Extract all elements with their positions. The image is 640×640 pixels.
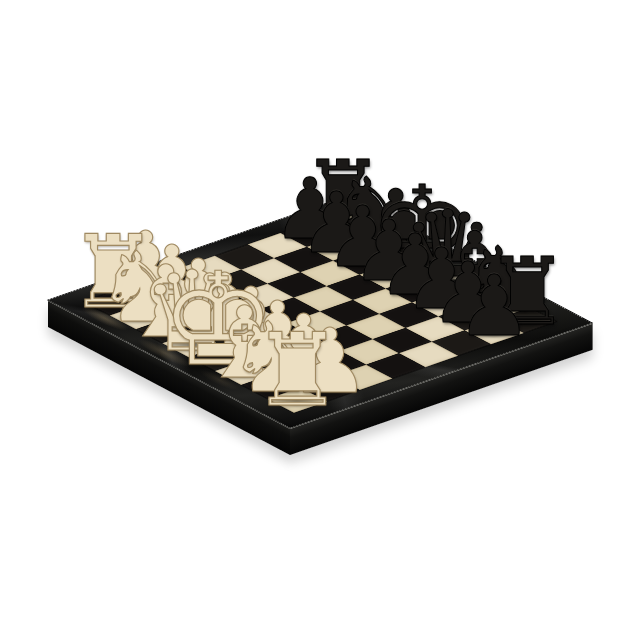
product-photo-stage: ♜♞♝♚♛♝♞♜♟♟♟♟♟♟♟♟♟♟♟♟♟♟♟♟♜♞♝♛♚♝♞♜ (0, 0, 640, 640)
chess-board (48, 195, 592, 428)
